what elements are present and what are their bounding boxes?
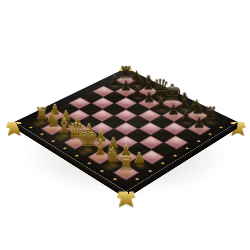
- square-f5[interactable]: [138, 122, 162, 135]
- frame-stud: [135, 178, 140, 181]
- square-g5[interactable]: [151, 129, 176, 143]
- frame-stud: [75, 154, 80, 157]
- board-perspective: ♜♞♝♛♚♝♞♜♟♟♟♟♟♟♟♟♟♟♟♟♟♟♟♟♜♞♝♛♚♝♞♜: [0, 0, 250, 250]
- chess-board: ♜♞♝♛♚♝♞♜♟♟♟♟♟♟♟♟♟♟♟♟♟♟♟♟♜♞♝♛♚♝♞♜: [14, 68, 237, 191]
- frame-stud: [197, 140, 201, 142]
- piece-white-rook-h1[interactable]: ♜: [107, 153, 145, 173]
- frame-stud: [148, 170, 153, 173]
- frame-stud: [113, 178, 118, 181]
- frame-stud: [219, 126, 223, 128]
- frame-stud: [51, 140, 55, 142]
- frame-stud: [29, 126, 33, 128]
- frame-stud: [87, 162, 92, 165]
- frame-stud: [185, 147, 189, 150]
- frame-stud: [161, 162, 166, 165]
- square-h5[interactable]: [164, 135, 189, 149]
- board-foot: [117, 191, 135, 207]
- product-photo: ♜♞♝♛♚♝♞♜♟♟♟♟♟♟♟♟♟♟♟♟♟♟♟♟♜♞♝♛♚♝♞♜: [0, 0, 250, 250]
- frame-stud: [173, 154, 178, 157]
- frame-stud: [208, 133, 212, 135]
- frame-stud: [40, 133, 44, 135]
- piece-black-pawn-h7[interactable]: ♟: [182, 114, 216, 128]
- frame-stud: [63, 147, 67, 150]
- square-h6[interactable]: [175, 129, 200, 143]
- frame-stud: [100, 170, 105, 173]
